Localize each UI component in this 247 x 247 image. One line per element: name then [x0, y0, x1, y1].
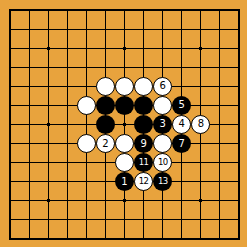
stone-white — [134, 77, 153, 96]
move-number: 5 — [179, 100, 185, 110]
star-point — [123, 123, 126, 126]
stone-black — [96, 96, 115, 115]
go-diagram: 65348297111011213 — [0, 0, 247, 247]
stone-black-5: 5 — [172, 96, 191, 115]
go-board: 65348297111011213 — [0, 0, 247, 247]
stone-white — [96, 77, 115, 96]
move-number: 10 — [158, 158, 167, 167]
stone-white — [77, 134, 96, 153]
stone-white — [153, 96, 172, 115]
move-number: 9 — [140, 139, 146, 149]
move-number: 13 — [158, 177, 167, 186]
stone-white-2: 2 — [96, 134, 115, 153]
move-number: 11 — [139, 158, 148, 167]
star-point — [47, 123, 50, 126]
stone-black — [134, 96, 153, 115]
move-number: 7 — [179, 139, 185, 149]
move-number: 12 — [139, 177, 148, 186]
stone-white — [115, 134, 134, 153]
move-number: 1 — [121, 177, 127, 187]
star-point — [47, 199, 50, 202]
star-point — [199, 47, 202, 50]
stone-black-3: 3 — [153, 115, 172, 134]
star-point — [47, 47, 50, 50]
stone-black — [115, 96, 134, 115]
grid-horizontal-line — [10, 219, 239, 220]
move-number: 2 — [102, 139, 108, 149]
move-number: 6 — [159, 81, 165, 91]
stone-black — [134, 115, 153, 134]
stone-black — [96, 115, 115, 134]
move-number: 3 — [159, 119, 165, 129]
grid-vertical-line — [219, 10, 220, 239]
stone-white — [115, 77, 134, 96]
stone-white — [115, 153, 134, 172]
stone-white-6: 6 — [153, 77, 172, 96]
stone-white — [77, 96, 96, 115]
star-point — [123, 199, 126, 202]
move-number: 8 — [198, 119, 204, 129]
star-point — [199, 199, 202, 202]
star-point — [123, 47, 126, 50]
move-number: 4 — [179, 119, 185, 129]
